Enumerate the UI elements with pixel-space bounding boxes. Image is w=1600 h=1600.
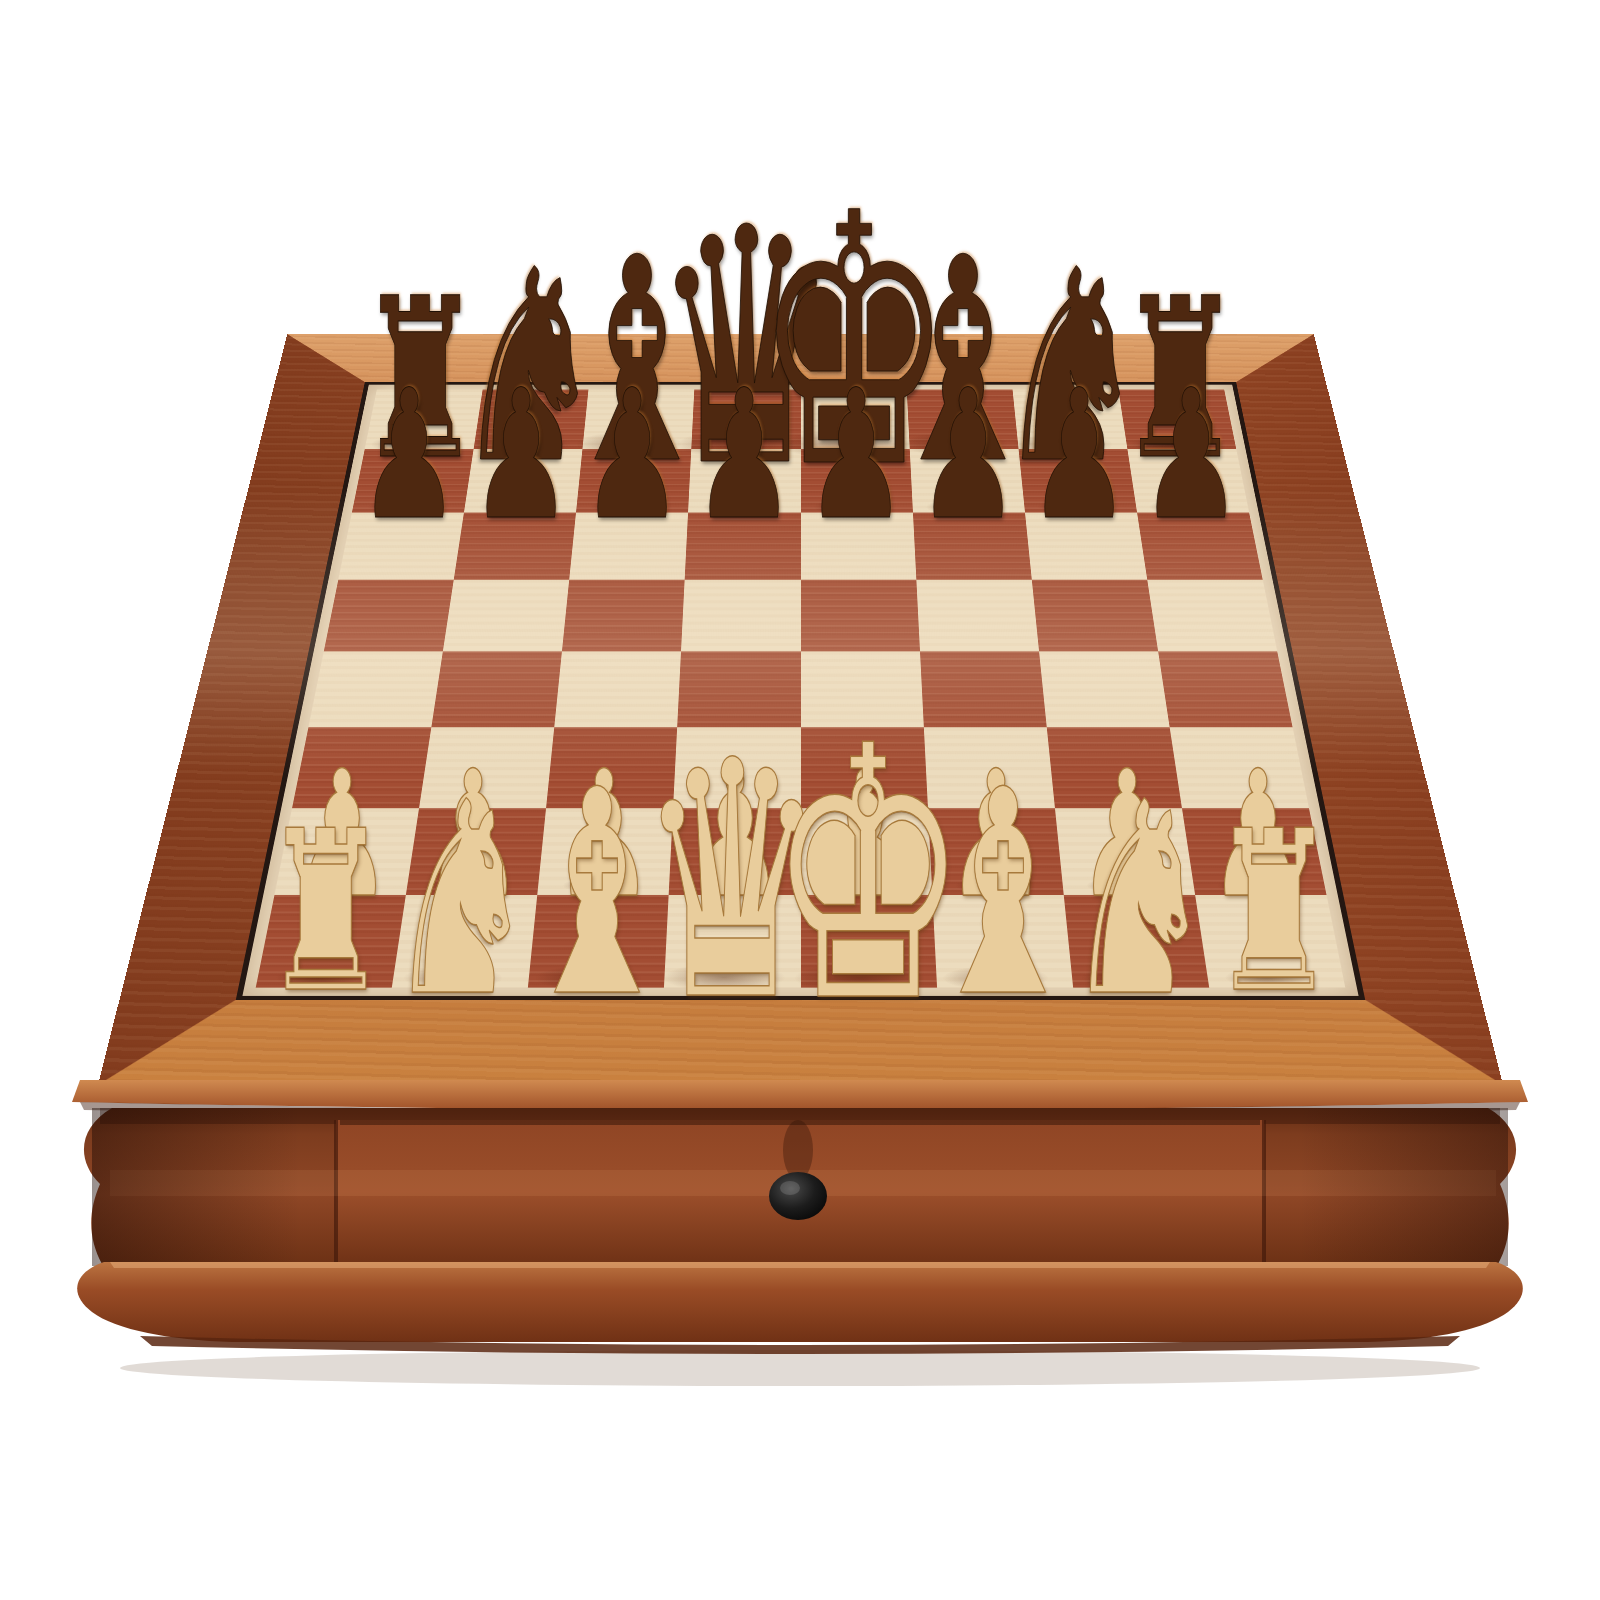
piece-white-rook-h1[interactable]: ♜ bbox=[1211, 802, 1338, 1024]
ground-shadow bbox=[120, 1350, 1480, 1386]
right-side-shading bbox=[1280, 1108, 1508, 1266]
knob-stem-shadow bbox=[783, 1120, 813, 1180]
bottom-moulding bbox=[77, 1262, 1523, 1342]
piece-black-pawn-h7[interactable]: ♟ bbox=[1140, 366, 1243, 545]
piece-black-pawn-d7[interactable]: ♟ bbox=[693, 366, 796, 545]
piece-black-pawn-a7[interactable]: ♟ bbox=[358, 366, 461, 545]
piece-black-pawn-f7[interactable]: ♟ bbox=[916, 366, 1019, 545]
piece-white-rook-a1[interactable]: ♜ bbox=[262, 802, 389, 1024]
moulding-highlight bbox=[110, 1262, 1490, 1268]
knob-highlight bbox=[780, 1181, 800, 1195]
wooden-chess-set-photo: ♜♞♝♛♚♝♞♜♟♟♟♟♟♟♟♟♟♟♟♟♟♟♟♟♜♞♝♛♚♝♞♜ bbox=[0, 0, 1600, 1600]
drawer-knob[interactable] bbox=[769, 1172, 827, 1220]
piece-black-pawn-b7[interactable]: ♟ bbox=[470, 366, 573, 545]
frame-ledge bbox=[72, 1080, 1528, 1110]
piece-black-pawn-g7[interactable]: ♟ bbox=[1028, 366, 1131, 545]
piece-black-pawn-c7[interactable]: ♟ bbox=[581, 366, 684, 545]
piece-white-knight-b1[interactable]: ♞ bbox=[385, 767, 538, 1033]
piece-black-pawn-e7[interactable]: ♟ bbox=[805, 366, 908, 545]
piece-white-knight-g1[interactable]: ♞ bbox=[1062, 767, 1215, 1033]
left-side-shading bbox=[92, 1108, 322, 1266]
piece-white-bishop-f1[interactable]: ♝ bbox=[922, 753, 1084, 1036]
